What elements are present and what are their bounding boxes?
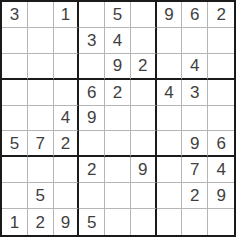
cell-r7c4-given: 2 (79, 157, 105, 183)
cell-r7c1-empty[interactable] (2, 157, 28, 183)
cell-r7c2-empty[interactable] (28, 157, 54, 183)
cell-r3c9-empty[interactable] (208, 54, 234, 80)
cell-r4c2-empty[interactable] (28, 80, 54, 106)
cell-r2c5-given: 4 (105, 28, 131, 54)
cell-r6c8-given: 9 (182, 131, 208, 157)
cell-r2c2-empty[interactable] (28, 28, 54, 54)
cell-r8c9-given: 9 (208, 183, 234, 209)
cell-r5c8-empty[interactable] (182, 106, 208, 132)
cell-r5c7-empty[interactable] (157, 106, 183, 132)
cell-r4c7-given: 4 (157, 80, 183, 106)
cell-r6c2-given: 7 (28, 131, 54, 157)
cell-r7c3-empty[interactable] (54, 157, 80, 183)
cell-r4c9-empty[interactable] (208, 80, 234, 106)
cell-r1c7-given: 9 (157, 2, 183, 28)
cell-r6c9-given: 6 (208, 131, 234, 157)
cell-r6c4-empty[interactable] (79, 131, 105, 157)
cell-r1c4-empty[interactable] (79, 2, 105, 28)
cell-r1c8-given: 6 (182, 2, 208, 28)
cell-r5c2-empty[interactable] (28, 106, 54, 132)
cell-r9c7-empty[interactable] (157, 209, 183, 235)
cell-r8c5-empty[interactable] (105, 183, 131, 209)
cell-r7c6-given: 9 (131, 157, 157, 183)
cell-r3c6-given: 2 (131, 54, 157, 80)
cell-r7c5-empty[interactable] (105, 157, 131, 183)
cell-r4c6-empty[interactable] (131, 80, 157, 106)
cell-r8c8-given: 2 (182, 183, 208, 209)
cell-r8c4-empty[interactable] (79, 183, 105, 209)
cell-r4c8-given: 3 (182, 80, 208, 106)
cell-r9c4-given: 5 (79, 209, 105, 235)
cell-r1c9-given: 2 (208, 2, 234, 28)
cell-r9c2-given: 2 (28, 209, 54, 235)
cell-r5c3-given: 4 (54, 106, 80, 132)
cell-r9c9-empty[interactable] (208, 209, 234, 235)
cell-r2c1-empty[interactable] (2, 28, 28, 54)
cell-r2c3-empty[interactable] (54, 28, 80, 54)
cell-r1c5-given: 5 (105, 2, 131, 28)
sudoku-page: 315962349246243495729629745291295 (0, 0, 236, 237)
cell-r4c1-empty[interactable] (2, 80, 28, 106)
cell-r6c5-empty[interactable] (105, 131, 131, 157)
cell-r5c4-given: 9 (79, 106, 105, 132)
cell-r9c8-empty[interactable] (182, 209, 208, 235)
cell-r9c3-given: 9 (54, 209, 80, 235)
cell-r3c2-empty[interactable] (28, 54, 54, 80)
cell-r8c3-empty[interactable] (54, 183, 80, 209)
cell-r5c1-empty[interactable] (2, 106, 28, 132)
cell-r7c8-given: 7 (182, 157, 208, 183)
cell-r3c7-empty[interactable] (157, 54, 183, 80)
cell-r8c7-empty[interactable] (157, 183, 183, 209)
sudoku-board: 315962349246243495729629745291295 (0, 0, 236, 237)
cell-r9c6-empty[interactable] (131, 209, 157, 235)
cell-r5c9-empty[interactable] (208, 106, 234, 132)
cell-r1c2-empty[interactable] (28, 2, 54, 28)
cell-r2c9-empty[interactable] (208, 28, 234, 54)
cell-r9c5-empty[interactable] (105, 209, 131, 235)
cell-r3c5-given: 9 (105, 54, 131, 80)
cell-r4c5-given: 2 (105, 80, 131, 106)
cell-r6c6-empty[interactable] (131, 131, 157, 157)
cell-r3c1-empty[interactable] (2, 54, 28, 80)
cell-r3c4-empty[interactable] (79, 54, 105, 80)
cell-r8c6-empty[interactable] (131, 183, 157, 209)
cell-r2c4-given: 3 (79, 28, 105, 54)
cell-r5c6-empty[interactable] (131, 106, 157, 132)
cell-r8c2-given: 5 (28, 183, 54, 209)
cell-r1c3-given: 1 (54, 2, 80, 28)
cell-r1c6-empty[interactable] (131, 2, 157, 28)
cell-r9c1-given: 1 (2, 209, 28, 235)
cell-r7c7-empty[interactable] (157, 157, 183, 183)
cell-r6c3-given: 2 (54, 131, 80, 157)
cell-r2c6-empty[interactable] (131, 28, 157, 54)
cell-r6c7-empty[interactable] (157, 131, 183, 157)
cell-r8c1-empty[interactable] (2, 183, 28, 209)
cell-r3c3-empty[interactable] (54, 54, 80, 80)
cell-r5c5-empty[interactable] (105, 106, 131, 132)
cell-r6c1-given: 5 (2, 131, 28, 157)
cell-r3c8-given: 4 (182, 54, 208, 80)
cell-r4c3-empty[interactable] (54, 80, 80, 106)
cell-r1c1-given: 3 (2, 2, 28, 28)
cell-r7c9-given: 4 (208, 157, 234, 183)
cell-r4c4-given: 6 (79, 80, 105, 106)
cell-r2c7-empty[interactable] (157, 28, 183, 54)
cell-r2c8-empty[interactable] (182, 28, 208, 54)
